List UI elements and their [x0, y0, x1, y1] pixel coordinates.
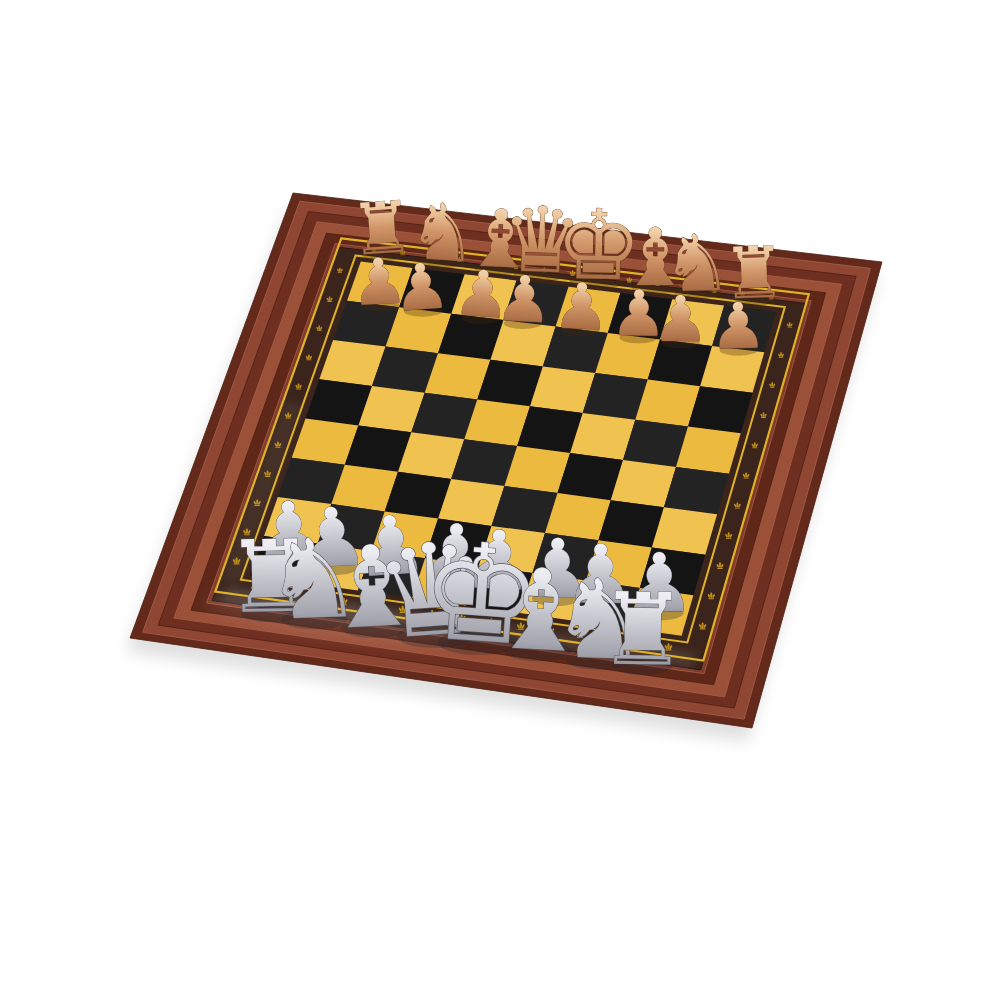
piece-bronze-pawn: ♟: [552, 269, 611, 345]
piece-silver-rook: ♜: [597, 571, 688, 688]
piece-bronze-pawn: ♟: [652, 282, 709, 356]
piece-bronze-pawn: ♟: [709, 288, 767, 363]
chessboard-photo: ♜♞♝♛♚♝♞♜♟♟♟♟♟♟♟♟♟♟♟♟♟♟♟♟♜♞♝♛♚♝♞♜: [0, 0, 1002, 1002]
piece-bronze-pawn: ♟: [390, 248, 452, 326]
product-photo: ♜♞♝♛♚♝♞♜♟♟♟♟♟♟♟♟♟♟♟♟♟♟♟♟♜♞♝♛♚♝♞♜: [0, 0, 1002, 1002]
piece-bronze-pawn: ♟: [494, 261, 555, 338]
